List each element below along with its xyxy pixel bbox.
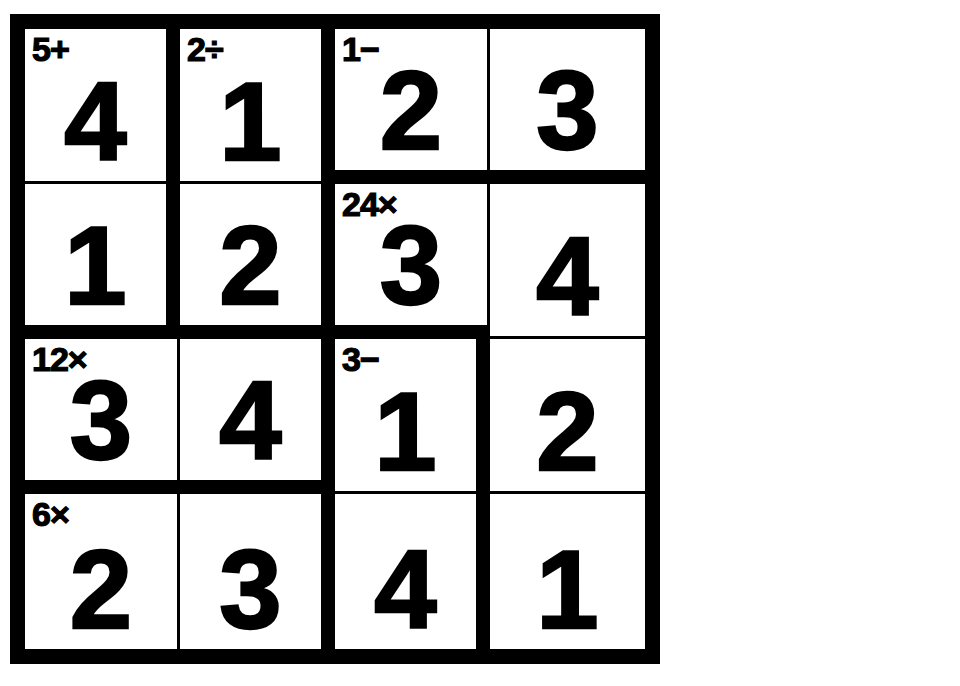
cell-digit: 3 xyxy=(490,52,645,170)
cell-r3c2[interactable]: 4 xyxy=(335,494,490,649)
cell-r0c1[interactable]: 2÷ 1 xyxy=(180,29,335,184)
cell-digit: 1 xyxy=(490,531,645,649)
cell-digit: 4 xyxy=(335,531,476,649)
cage-label-3minus: 3− xyxy=(342,342,379,376)
kenken-page: 5+ 4 2÷ 1 1− 2 3 1 2 24× 3 4 xyxy=(0,0,960,686)
cell-digit: 2 xyxy=(335,52,487,170)
cell-r1c1[interactable]: 2 xyxy=(180,184,335,339)
cell-digit: 3 xyxy=(335,207,487,325)
cell-r0c3[interactable]: 3 xyxy=(490,29,645,184)
cell-r1c2[interactable]: 24× 3 xyxy=(335,184,490,339)
cell-digit: 1 xyxy=(25,207,166,325)
cell-digit: 2 xyxy=(180,207,321,325)
cell-r3c1[interactable]: 3 xyxy=(180,494,335,649)
cage-label-6times: 6× xyxy=(32,497,69,531)
cell-digit: 3 xyxy=(25,362,177,480)
cell-r2c3[interactable]: 2 xyxy=(490,339,645,494)
cell-digit: 4 xyxy=(490,218,645,336)
cell-digit: 2 xyxy=(25,531,177,649)
cage-label-2divide: 2÷ xyxy=(187,32,223,66)
cell-digit: 4 xyxy=(25,63,166,181)
cell-r1c0[interactable]: 1 xyxy=(25,184,180,339)
cell-digit: 2 xyxy=(490,373,645,491)
cell-r3c3[interactable]: 1 xyxy=(490,494,645,649)
cell-r2c2[interactable]: 3− 1 xyxy=(335,339,490,494)
cell-digit: 1 xyxy=(180,63,321,181)
cell-r0c2[interactable]: 1− 2 xyxy=(335,29,490,184)
cell-r2c0[interactable]: 12× 3 xyxy=(25,339,180,494)
kenken-board: 5+ 4 2÷ 1 1− 2 3 1 2 24× 3 4 xyxy=(10,14,660,664)
cell-r2c1[interactable]: 4 xyxy=(180,339,335,494)
cell-r3c0[interactable]: 6× 2 xyxy=(25,494,180,649)
cell-r1c3[interactable]: 4 xyxy=(490,184,645,339)
cell-digit: 3 xyxy=(180,531,321,649)
cell-digit: 4 xyxy=(180,362,321,480)
cell-digit: 1 xyxy=(335,373,476,491)
cell-r0c0[interactable]: 5+ 4 xyxy=(25,29,180,184)
